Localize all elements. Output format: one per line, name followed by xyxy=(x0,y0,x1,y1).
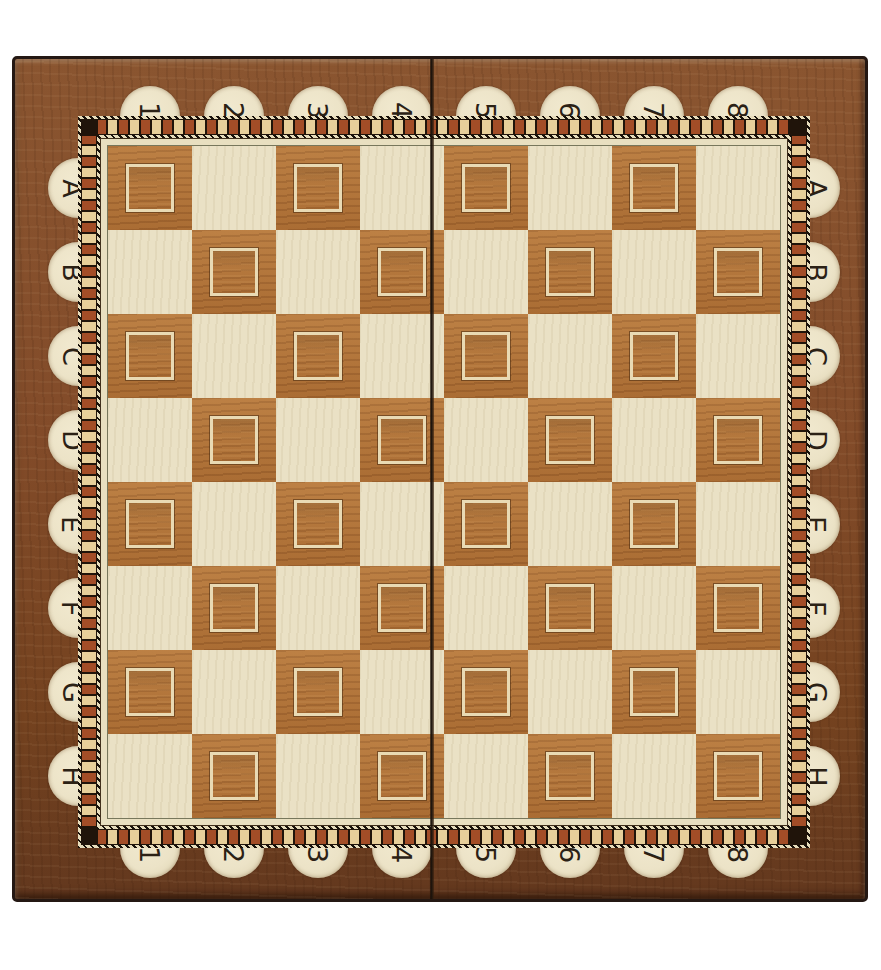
square-A1[interactable] xyxy=(108,146,192,230)
playing-field xyxy=(108,146,780,818)
square-A8[interactable] xyxy=(696,146,780,230)
square-C1[interactable] xyxy=(108,314,192,398)
square-E7[interactable] xyxy=(612,482,696,566)
dark-square-inlay xyxy=(462,164,510,212)
square-A6[interactable] xyxy=(528,146,612,230)
page-background: 1234567812345678ABCDEFGHABCDEFGH xyxy=(0,0,881,970)
dark-square-inlay xyxy=(714,248,762,296)
square-C2[interactable] xyxy=(192,314,276,398)
dark-square-inlay xyxy=(546,584,594,632)
square-H8[interactable] xyxy=(696,734,780,818)
dark-square-inlay xyxy=(210,416,258,464)
square-F1[interactable] xyxy=(108,566,192,650)
square-C3[interactable] xyxy=(276,314,360,398)
square-G8[interactable] xyxy=(696,650,780,734)
square-B8[interactable] xyxy=(696,230,780,314)
dark-square-inlay xyxy=(210,752,258,800)
dark-square-inlay xyxy=(378,752,426,800)
square-H2[interactable] xyxy=(192,734,276,818)
checker-strip-bottom xyxy=(97,829,791,845)
dark-square-inlay xyxy=(378,416,426,464)
square-D6[interactable] xyxy=(528,398,612,482)
square-D7[interactable] xyxy=(612,398,696,482)
dark-square-inlay xyxy=(462,668,510,716)
square-F5[interactable] xyxy=(444,566,528,650)
checker-strip-left xyxy=(81,135,97,829)
dark-square-inlay xyxy=(294,332,342,380)
square-G1[interactable] xyxy=(108,650,192,734)
dark-square-inlay xyxy=(378,584,426,632)
square-H7[interactable] xyxy=(612,734,696,818)
dark-square-inlay xyxy=(546,416,594,464)
square-D1[interactable] xyxy=(108,398,192,482)
square-B1[interactable] xyxy=(108,230,192,314)
square-H6[interactable] xyxy=(528,734,612,818)
dark-square-inlay xyxy=(714,416,762,464)
square-F3[interactable] xyxy=(276,566,360,650)
dark-square-inlay xyxy=(630,332,678,380)
square-E8[interactable] xyxy=(696,482,780,566)
square-E1[interactable] xyxy=(108,482,192,566)
square-E5[interactable] xyxy=(444,482,528,566)
square-D2[interactable] xyxy=(192,398,276,482)
square-H1[interactable] xyxy=(108,734,192,818)
dark-square-inlay xyxy=(630,668,678,716)
square-H5[interactable] xyxy=(444,734,528,818)
dark-square-inlay xyxy=(546,752,594,800)
square-C7[interactable] xyxy=(612,314,696,398)
dark-square-inlay xyxy=(126,332,174,380)
square-E6[interactable] xyxy=(528,482,612,566)
square-H3[interactable] xyxy=(276,734,360,818)
checker-strip-right xyxy=(791,135,807,829)
square-F6[interactable] xyxy=(528,566,612,650)
square-B3[interactable] xyxy=(276,230,360,314)
checker-strip-top xyxy=(97,119,791,135)
square-D5[interactable] xyxy=(444,398,528,482)
dark-square-inlay xyxy=(126,668,174,716)
dark-square-inlay xyxy=(462,500,510,548)
square-D3[interactable] xyxy=(276,398,360,482)
square-A3[interactable] xyxy=(276,146,360,230)
square-F7[interactable] xyxy=(612,566,696,650)
square-C8[interactable] xyxy=(696,314,780,398)
dark-square-inlay xyxy=(294,164,342,212)
dark-square-inlay xyxy=(378,248,426,296)
dark-square-inlay xyxy=(630,500,678,548)
square-E2[interactable] xyxy=(192,482,276,566)
square-D8[interactable] xyxy=(696,398,780,482)
dark-square-inlay xyxy=(126,500,174,548)
square-G2[interactable] xyxy=(192,650,276,734)
square-F8[interactable] xyxy=(696,566,780,650)
square-F2[interactable] xyxy=(192,566,276,650)
square-E3[interactable] xyxy=(276,482,360,566)
dark-square-inlay xyxy=(294,500,342,548)
square-G5[interactable] xyxy=(444,650,528,734)
square-B6[interactable] xyxy=(528,230,612,314)
square-B2[interactable] xyxy=(192,230,276,314)
square-A5[interactable] xyxy=(444,146,528,230)
dark-square-inlay xyxy=(546,248,594,296)
square-A2[interactable] xyxy=(192,146,276,230)
square-C5[interactable] xyxy=(444,314,528,398)
dark-square-inlay xyxy=(714,752,762,800)
dark-square-inlay xyxy=(462,332,510,380)
square-G7[interactable] xyxy=(612,650,696,734)
square-C6[interactable] xyxy=(528,314,612,398)
fold-seam xyxy=(430,59,434,902)
square-G3[interactable] xyxy=(276,650,360,734)
square-B7[interactable] xyxy=(612,230,696,314)
mosaic-border xyxy=(78,116,810,848)
square-G6[interactable] xyxy=(528,650,612,734)
dark-square-inlay xyxy=(126,164,174,212)
dark-square-inlay xyxy=(294,668,342,716)
square-B5[interactable] xyxy=(444,230,528,314)
dark-square-inlay xyxy=(210,248,258,296)
dark-square-inlay xyxy=(210,584,258,632)
dark-square-inlay xyxy=(630,164,678,212)
chess-board: 1234567812345678ABCDEFGHABCDEFGH xyxy=(12,56,868,902)
dark-square-inlay xyxy=(714,584,762,632)
square-A7[interactable] xyxy=(612,146,696,230)
